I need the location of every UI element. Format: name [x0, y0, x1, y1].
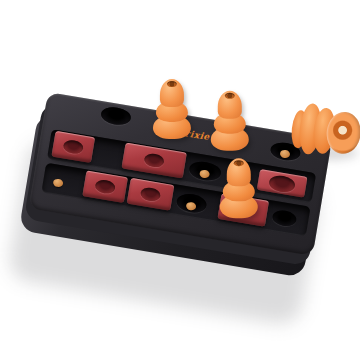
- treat-in-lane1-hole: [199, 169, 210, 179]
- red-slider-b2[interactable]: [127, 178, 175, 211]
- cone-top-hole: [167, 81, 177, 87]
- slider-recess: [143, 152, 165, 168]
- slider-recess: [140, 186, 162, 202]
- product-photo-scene: trixie: [0, 0, 360, 360]
- cone-lying-off-board[interactable]: [289, 97, 360, 162]
- puzzle-board: trixie: [29, 92, 333, 256]
- red-slider-b1[interactable]: [82, 170, 128, 203]
- loose-treat-in-track: [53, 178, 64, 188]
- red-slider-a3-flat[interactable]: [257, 169, 308, 198]
- top-rail-hole-left[interactable]: [100, 105, 132, 127]
- slider-recess: [94, 179, 116, 195]
- cone-top-rail-left[interactable]: [153, 77, 191, 139]
- cone-top-rail-right[interactable]: [211, 89, 249, 151]
- lane2-hole[interactable]: [175, 192, 208, 215]
- red-slider-a2-wide[interactable]: [121, 143, 186, 179]
- lane1-hole[interactable]: [188, 159, 223, 182]
- slider-recess: [62, 139, 84, 155]
- slider-recess: [268, 173, 296, 193]
- cone-on-slider-b3[interactable]: [220, 156, 258, 218]
- treat-in-lane2-hole: [186, 201, 197, 211]
- cone-top-hole: [225, 93, 235, 99]
- lane2-hole-right[interactable]: [271, 209, 297, 228]
- cone-top-hole: [234, 160, 244, 166]
- red-slider-a1[interactable]: [51, 131, 95, 163]
